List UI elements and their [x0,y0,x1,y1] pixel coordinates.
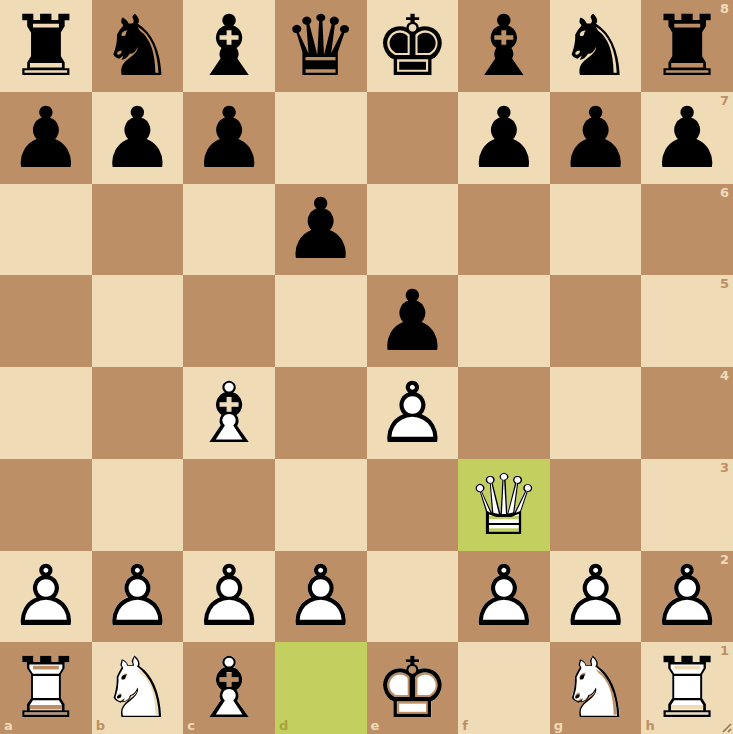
square-h2[interactable]: ♟♙2 [641,551,733,643]
black-rook-icon: ♜ [641,0,733,92]
piece-white-knight[interactable]: ♞♘ [550,642,642,734]
square-a5[interactable] [0,275,92,367]
white-piece-fill-glyph: ♟ [550,551,642,643]
piece-black-pawn[interactable]: ♟ [92,92,184,184]
square-b6[interactable] [92,184,184,276]
square-c1[interactable]: ♝♗c [183,642,275,734]
white-pawn-icon: ♙ [458,551,550,643]
piece-black-bishop[interactable]: ♝ [183,0,275,92]
piece-black-pawn[interactable]: ♟ [550,92,642,184]
square-h6[interactable]: 6 [641,184,733,276]
white-piece-fill-glyph: ♞ [550,642,642,734]
square-e4[interactable]: ♟♙ [367,367,459,459]
square-h8[interactable]: ♜8 [641,0,733,92]
white-piece-fill-glyph: ♝ [183,642,275,734]
square-e7[interactable] [367,92,459,184]
piece-black-pawn[interactable]: ♟ [183,92,275,184]
square-e2[interactable] [367,551,459,643]
white-knight-icon: ♘ [550,642,642,734]
white-knight-icon: ♘ [92,642,184,734]
piece-white-pawn[interactable]: ♟♙ [183,551,275,643]
black-knight-icon: ♞ [92,0,184,92]
black-rook-icon: ♜ [0,0,92,92]
black-pawn-icon: ♟ [641,92,733,184]
square-d8[interactable]: ♛ [275,0,367,92]
square-b2[interactable]: ♟♙ [92,551,184,643]
piece-white-pawn[interactable]: ♟♙ [458,551,550,643]
piece-black-bishop[interactable]: ♝ [458,0,550,92]
square-g6[interactable] [550,184,642,276]
piece-white-bishop[interactable]: ♝♗ [183,367,275,459]
piece-black-knight[interactable]: ♞ [550,0,642,92]
square-g4[interactable] [550,367,642,459]
square-e8[interactable]: ♚ [367,0,459,92]
square-f2[interactable]: ♟♙ [458,551,550,643]
rank-label-3: 3 [720,461,729,474]
square-a3[interactable] [0,459,92,551]
white-piece-fill-glyph: ♟ [367,367,459,459]
chess-board: ♜♞♝♛♚♝♞♜8♟♟♟♟♟♟7♟6♟5♝♗♟♙4♛♕3♟♙♟♙♟♙♟♙♟♙♟♙… [0,0,733,734]
piece-black-pawn[interactable]: ♟ [458,92,550,184]
piece-black-pawn[interactable]: ♟ [0,92,92,184]
square-b7[interactable]: ♟ [92,92,184,184]
piece-black-pawn[interactable]: ♟ [275,184,367,276]
square-f6[interactable] [458,184,550,276]
board-resize-handle-icon[interactable] [717,718,733,734]
square-d1[interactable]: d [275,642,367,734]
square-g8[interactable]: ♞ [550,0,642,92]
piece-black-pawn[interactable]: ♟ [367,275,459,367]
rank-label-5: 5 [720,277,729,290]
piece-black-queen[interactable]: ♛ [275,0,367,92]
square-f4[interactable] [458,367,550,459]
piece-white-queen[interactable]: ♛♕ [458,459,550,551]
square-c6[interactable] [183,184,275,276]
piece-white-pawn[interactable]: ♟♙ [641,551,733,643]
piece-black-knight[interactable]: ♞ [92,0,184,92]
square-a1[interactable]: ♜♖a [0,642,92,734]
square-a2[interactable]: ♟♙ [0,551,92,643]
white-piece-fill-glyph: ♟ [458,551,550,643]
square-d2[interactable]: ♟♙ [275,551,367,643]
square-e3[interactable] [367,459,459,551]
black-knight-icon: ♞ [550,0,642,92]
rank-label-4: 4 [720,369,729,382]
square-g2[interactable]: ♟♙ [550,551,642,643]
white-pawn-icon: ♙ [275,551,367,643]
white-piece-fill-glyph: ♜ [0,642,92,734]
square-a8[interactable]: ♜ [0,0,92,92]
square-e1[interactable]: ♚♔e [367,642,459,734]
square-c3[interactable] [183,459,275,551]
black-pawn-icon: ♟ [458,92,550,184]
square-c8[interactable]: ♝ [183,0,275,92]
white-piece-fill-glyph: ♚ [367,642,459,734]
square-e5[interactable]: ♟ [367,275,459,367]
piece-white-pawn[interactable]: ♟♙ [92,551,184,643]
square-d7[interactable] [275,92,367,184]
black-pawn-icon: ♟ [275,184,367,276]
piece-white-pawn[interactable]: ♟♙ [275,551,367,643]
white-rook-icon: ♖ [0,642,92,734]
piece-white-pawn[interactable]: ♟♙ [550,551,642,643]
white-piece-fill-glyph: ♟ [275,551,367,643]
piece-white-knight[interactable]: ♞♘ [92,642,184,734]
square-a7[interactable]: ♟ [0,92,92,184]
square-c5[interactable] [183,275,275,367]
white-pawn-icon: ♙ [92,551,184,643]
square-f8[interactable]: ♝ [458,0,550,92]
white-pawn-icon: ♙ [0,551,92,643]
square-c7[interactable]: ♟ [183,92,275,184]
white-piece-fill-glyph: ♛ [458,459,550,551]
square-a4[interactable] [0,367,92,459]
white-piece-fill-glyph: ♞ [92,642,184,734]
square-a6[interactable] [0,184,92,276]
piece-white-rook[interactable]: ♜♖ [0,642,92,734]
square-g7[interactable]: ♟ [550,92,642,184]
square-b5[interactable] [92,275,184,367]
black-bishop-icon: ♝ [183,0,275,92]
square-g3[interactable] [550,459,642,551]
square-c2[interactable]: ♟♙ [183,551,275,643]
piece-white-king[interactable]: ♚♔ [367,642,459,734]
white-bishop-icon: ♗ [183,642,275,734]
white-piece-fill-glyph: ♝ [183,367,275,459]
square-g5[interactable] [550,275,642,367]
square-h5[interactable]: 5 [641,275,733,367]
piece-black-pawn[interactable]: ♟ [641,92,733,184]
square-d4[interactable] [275,367,367,459]
piece-white-pawn[interactable]: ♟♙ [0,551,92,643]
white-piece-fill-glyph: ♟ [641,551,733,643]
white-piece-fill-glyph: ♟ [183,551,275,643]
square-f1[interactable]: f [458,642,550,734]
white-pawn-icon: ♙ [183,551,275,643]
black-bishop-icon: ♝ [458,0,550,92]
black-queen-icon: ♛ [275,0,367,92]
black-pawn-icon: ♟ [367,275,459,367]
square-d3[interactable] [275,459,367,551]
square-h3[interactable]: 3 [641,459,733,551]
file-label-d: d [279,719,288,732]
black-king-icon: ♚ [367,0,459,92]
white-king-icon: ♔ [367,642,459,734]
black-pawn-icon: ♟ [183,92,275,184]
square-f7[interactable]: ♟ [458,92,550,184]
square-d5[interactable] [275,275,367,367]
piece-white-pawn[interactable]: ♟♙ [367,367,459,459]
square-b8[interactable]: ♞ [92,0,184,92]
white-pawn-icon: ♙ [550,551,642,643]
piece-white-bishop[interactable]: ♝♗ [183,642,275,734]
piece-black-rook[interactable]: ♜ [0,0,92,92]
square-h7[interactable]: ♟7 [641,92,733,184]
rank-label-6: 6 [720,186,729,199]
white-piece-fill-glyph: ♟ [0,551,92,643]
black-pawn-icon: ♟ [92,92,184,184]
white-queen-icon: ♕ [458,459,550,551]
square-f5[interactable] [458,275,550,367]
piece-black-king[interactable]: ♚ [367,0,459,92]
square-f3[interactable]: ♛♕ [458,459,550,551]
square-c4[interactable]: ♝♗ [183,367,275,459]
black-pawn-icon: ♟ [550,92,642,184]
square-d6[interactable]: ♟ [275,184,367,276]
file-label-f: f [462,719,468,732]
square-b4[interactable] [92,367,184,459]
white-pawn-icon: ♙ [367,367,459,459]
square-b3[interactable] [92,459,184,551]
square-g1[interactable]: ♞♘g [550,642,642,734]
piece-black-rook[interactable]: ♜ [641,0,733,92]
black-pawn-icon: ♟ [0,92,92,184]
white-piece-fill-glyph: ♟ [92,551,184,643]
square-h4[interactable]: 4 [641,367,733,459]
square-b1[interactable]: ♞♘b [92,642,184,734]
white-pawn-icon: ♙ [641,551,733,643]
square-e6[interactable] [367,184,459,276]
white-bishop-icon: ♗ [183,367,275,459]
